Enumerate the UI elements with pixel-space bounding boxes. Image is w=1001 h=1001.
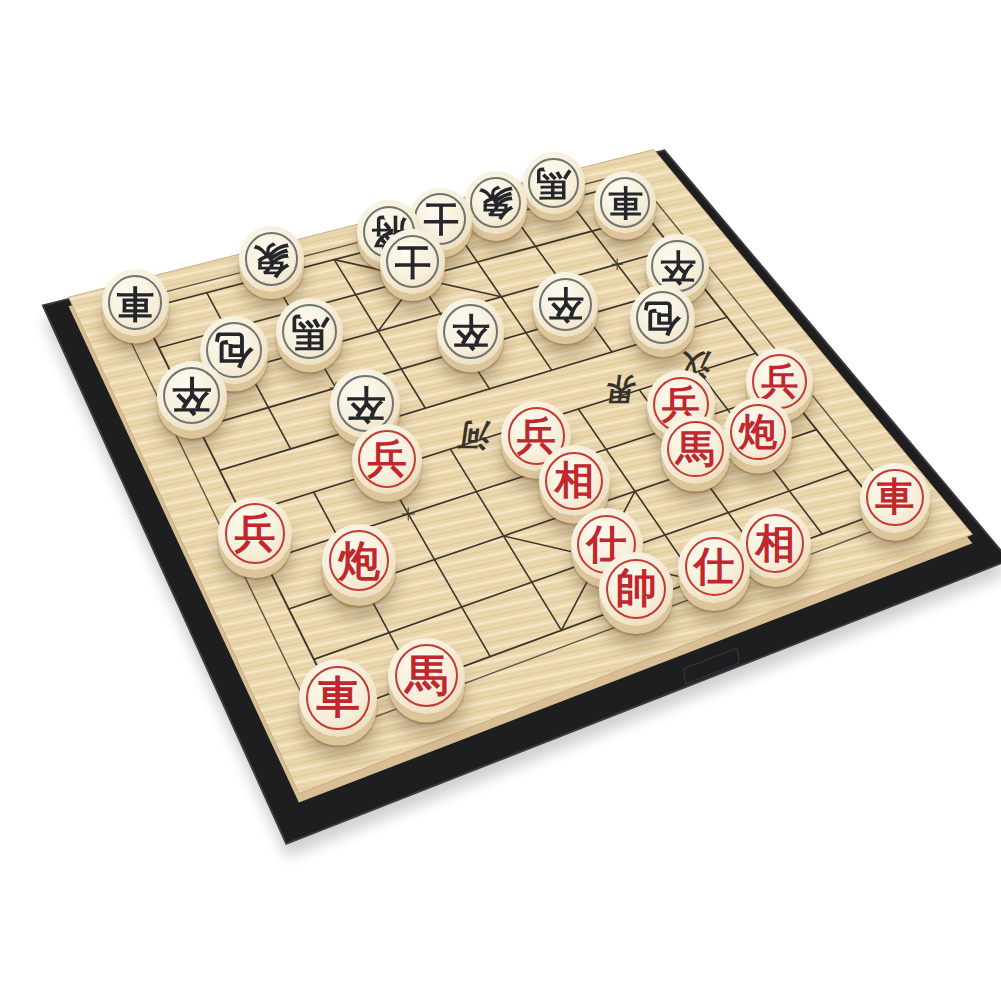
- piece-glyph: 包: [644, 299, 681, 336]
- piece-black-chariot[interactable]: 車: [102, 269, 169, 336]
- piece-glyph: 卒: [172, 376, 211, 415]
- piece-glyph: 馬: [536, 166, 571, 201]
- piece-black-advisor[interactable]: 士: [380, 229, 445, 294]
- piece-red-cannon[interactable]: 炮: [724, 398, 792, 466]
- piece-glyph: 帥: [615, 568, 656, 609]
- piece-glyph: 車: [876, 478, 915, 517]
- piece-glyph: 兵: [761, 363, 798, 400]
- piece-glyph: 象: [253, 241, 290, 278]
- piece-glyph: 馬: [405, 654, 448, 697]
- wood-surface: [69, 150, 973, 794]
- piece-glyph: 士: [423, 201, 458, 236]
- piece-black-soldier[interactable]: 卒: [437, 298, 504, 365]
- piece-black-elephant[interactable]: 象: [465, 171, 527, 233]
- piece-glyph: 車: [608, 185, 643, 220]
- piece-red-chariot[interactable]: 車: [860, 463, 930, 533]
- xiangqi-board: 楚河界汉: [0, 0, 1001, 1001]
- piece-glyph: 兵: [517, 416, 556, 455]
- piece-red-advisor[interactable]: 仕: [678, 531, 750, 603]
- piece-black-horse[interactable]: 馬: [523, 152, 585, 214]
- piece-glyph: 仕: [694, 546, 735, 587]
- piece-glyph: 象: [478, 185, 513, 220]
- piece-glyph: 卒: [452, 313, 489, 350]
- piece-glyph: 兵: [367, 439, 407, 479]
- piece-red-elephant[interactable]: 相: [740, 508, 811, 579]
- piece-red-soldier[interactable]: 兵: [352, 424, 423, 495]
- piece-glyph: 相: [755, 523, 795, 563]
- piece-black-cannon[interactable]: 包: [630, 285, 695, 350]
- piece-red-horse[interactable]: 馬: [388, 638, 465, 715]
- piece-red-general[interactable]: 帥: [599, 552, 672, 625]
- piece-red-horse[interactable]: 馬: [661, 415, 730, 484]
- piece-glyph: 相: [554, 461, 594, 501]
- piece-glyph: 炮: [338, 540, 380, 582]
- piece-black-elephant[interactable]: 象: [239, 226, 304, 291]
- river-char-2: 界: [603, 373, 639, 406]
- piece-glyph: 包: [215, 331, 253, 369]
- river-char-1: 河: [456, 418, 493, 453]
- piece-glyph: 車: [116, 284, 154, 322]
- piece-glyph: 車: [316, 676, 360, 720]
- piece-glyph: 馬: [291, 313, 329, 351]
- piece-black-soldier[interactable]: 卒: [533, 272, 598, 337]
- product-photo: 楚河界汉 馬車象士將象士卒車卒包卒馬包兵卒卒兵炮兵馬兵相車兵相仕炮仕帥馬車: [0, 0, 1001, 1001]
- piece-glyph: 卒: [660, 248, 696, 284]
- piece-glyph: 馬: [676, 430, 715, 469]
- piece-red-elephant[interactable]: 相: [539, 445, 610, 516]
- piece-glyph: 炮: [739, 413, 777, 451]
- piece-glyph: 卒: [346, 384, 385, 423]
- piece-red-chariot[interactable]: 車: [299, 659, 377, 737]
- piece-black-chariot[interactable]: 車: [594, 171, 656, 233]
- piece-red-cannon[interactable]: 炮: [322, 524, 396, 598]
- piece-black-soldier[interactable]: 卒: [157, 361, 227, 431]
- piece-glyph: 士: [394, 243, 430, 279]
- piece-glyph: 卒: [547, 286, 583, 322]
- piece-red-soldier[interactable]: 兵: [218, 497, 292, 571]
- piece-glyph: 兵: [234, 513, 275, 554]
